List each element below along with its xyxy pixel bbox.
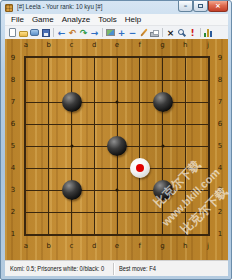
coord-label-left: 4 [11, 164, 15, 172]
menu-file[interactable]: File [7, 15, 28, 24]
coord-label-bottom: d [92, 242, 96, 250]
black-stone-g3[interactable] [153, 180, 173, 200]
print-icon [150, 32, 159, 37]
app-icon [5, 4, 13, 12]
window-controls: – × [178, 1, 228, 12]
coord-label-left: 2 [11, 208, 15, 216]
analysis-window-icon [204, 29, 213, 37]
coord-label-bottom: g [160, 242, 164, 250]
close-button[interactable]: × [208, 1, 228, 12]
status-bar: Komi: 0.5; Prisoners white: 0/black: 0 B… [5, 260, 228, 276]
last-move-marker [136, 164, 144, 172]
menu-game[interactable]: Game [28, 15, 58, 24]
coord-label-right: 6 [218, 120, 222, 128]
coord-label-right: 5 [218, 142, 222, 150]
edit-position-button[interactable] [139, 27, 149, 38]
coord-label-top: f [139, 41, 141, 49]
menu-tools[interactable]: Tools [94, 15, 121, 24]
analysis-window-button[interactable] [204, 27, 214, 38]
status-best-move: Best move: F4 [119, 265, 156, 272]
coord-label-right: 8 [218, 76, 222, 84]
coord-label-top: c [70, 41, 74, 49]
coord-label-left: 3 [11, 186, 15, 194]
maximize-icon [198, 4, 203, 8]
open-game-button[interactable] [19, 27, 29, 38]
new-game-icon [9, 28, 16, 37]
coord-label-bottom: a [24, 242, 28, 250]
hoshi-point-e7 [116, 101, 119, 104]
hint-button[interactable]: ! [188, 27, 198, 38]
open-game-icon [19, 31, 28, 37]
coord-label-bottom: f [139, 242, 141, 250]
status-komi-prisoners: Komi: 0.5; Prisoners white: 0/black: 0 [10, 265, 104, 272]
menu-help[interactable]: Help [121, 15, 145, 24]
coord-label-right: 4 [218, 164, 222, 172]
coord-label-bottom: c [70, 242, 74, 250]
coord-label-top: d [92, 41, 96, 49]
save-image-icon [30, 29, 39, 36]
black-stone-e5[interactable] [107, 136, 127, 156]
coord-label-right: 9 [218, 54, 222, 62]
board-line [139, 58, 140, 234]
resign-pass-button[interactable]: × [166, 27, 176, 38]
toolbar-separator [53, 28, 54, 37]
move-last-button[interactable]: → [90, 27, 100, 38]
minimize-button[interactable]: – [178, 1, 193, 12]
board-line [26, 212, 208, 213]
save-game-button[interactable] [41, 27, 51, 38]
toolbar: ←↶↷→+−×! [5, 26, 228, 39]
coord-label-left: 6 [11, 120, 15, 128]
title-bar[interactable]: [#] Leela - Your rank: 10 kyu [#] – × [1, 1, 231, 14]
move-first-button[interactable]: ← [57, 27, 67, 38]
coord-label-bottom: e [115, 242, 119, 250]
board-line [26, 168, 208, 169]
coord-label-left: 5 [11, 142, 15, 150]
toolbar-separator [200, 28, 201, 37]
menu-bar: FileGameAnalyzeToolsHelp [5, 14, 228, 26]
coord-label-left: 8 [11, 76, 15, 84]
hoshi-point-c5 [70, 145, 73, 148]
leela-window: [#] Leela - Your rank: 10 kyu [#] – × Fi… [0, 0, 232, 280]
window-title: [#] Leela - Your rank: 10 kyu [#] [17, 3, 102, 10]
coord-label-bottom: h [183, 242, 187, 250]
edit-position-icon [140, 28, 147, 36]
white-stone-f4[interactable] [130, 158, 150, 178]
coord-label-bottom: b [47, 242, 51, 250]
maximize-button[interactable] [193, 1, 208, 12]
menu-analyze[interactable]: Analyze [58, 15, 94, 24]
status-divider [113, 263, 114, 275]
toolbar-separator [102, 28, 103, 37]
black-stone-g7[interactable] [153, 92, 173, 112]
coord-label-top: b [47, 41, 51, 49]
coord-label-left: 7 [11, 98, 15, 106]
coord-label-left: 9 [11, 54, 15, 62]
save-image-button[interactable] [30, 27, 40, 38]
hoshi-point-e3 [116, 189, 119, 192]
board-line [185, 58, 186, 234]
redo-move-button[interactable]: ↷ [79, 27, 89, 38]
coord-label-top: g [160, 41, 164, 49]
coord-label-right: 2 [218, 208, 222, 216]
coord-label-top: a [24, 41, 28, 49]
hoshi-point-g5 [161, 145, 164, 148]
score-estimate-button[interactable] [177, 27, 187, 38]
coord-label-right: 7 [218, 98, 222, 106]
coord-label-top: j [207, 41, 209, 49]
coord-label-right: 3 [218, 186, 222, 194]
show-board-button[interactable] [106, 27, 116, 38]
new-game-button[interactable] [8, 27, 18, 38]
show-board-icon [106, 29, 115, 36]
coord-label-top: h [183, 41, 187, 49]
score-estimate-icon [178, 29, 184, 35]
black-stone-c7[interactable] [62, 92, 82, 112]
toolbar-separator [162, 28, 163, 37]
coord-label-left: 1 [11, 230, 15, 238]
save-game-icon [42, 29, 50, 37]
black-stone-c3[interactable] [62, 180, 82, 200]
undo-move-button[interactable]: ↶ [68, 27, 78, 38]
zoom-in-button[interactable]: + [117, 27, 127, 38]
goban[interactable]: aabbccddeeffgghhjj998877665544332211 [5, 39, 228, 260]
coord-label-bottom: j [207, 242, 209, 250]
coord-label-right: 1 [218, 230, 222, 238]
coord-label-top: e [115, 41, 119, 49]
zoom-out-button[interactable]: − [128, 27, 138, 38]
print-button[interactable] [150, 27, 160, 38]
